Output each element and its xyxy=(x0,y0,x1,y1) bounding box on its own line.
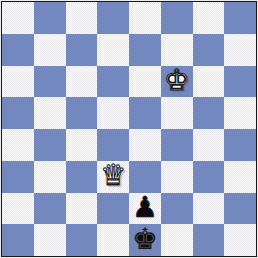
square-h7[interactable] xyxy=(224,34,256,66)
square-d4[interactable] xyxy=(97,129,129,161)
square-a6[interactable] xyxy=(2,66,34,98)
black-pawn[interactable]: ♟ xyxy=(132,193,158,222)
square-a1[interactable] xyxy=(2,224,34,256)
square-f2[interactable] xyxy=(161,193,193,225)
square-g2[interactable] xyxy=(193,193,225,225)
square-g4[interactable] xyxy=(193,129,225,161)
square-c8[interactable] xyxy=(66,2,98,34)
chess-board: ♚♛♟♚ xyxy=(2,2,256,256)
square-d5[interactable] xyxy=(97,97,129,129)
chess-board-frame: ♚♛♟♚ xyxy=(0,0,258,258)
square-g3[interactable] xyxy=(193,161,225,193)
square-c6[interactable] xyxy=(66,66,98,98)
square-d8[interactable] xyxy=(97,2,129,34)
square-h1[interactable] xyxy=(224,224,256,256)
square-f6[interactable]: ♚ xyxy=(161,66,193,98)
square-c2[interactable] xyxy=(66,193,98,225)
square-f4[interactable] xyxy=(161,129,193,161)
square-b2[interactable] xyxy=(34,193,66,225)
square-c3[interactable] xyxy=(66,161,98,193)
square-g7[interactable] xyxy=(193,34,225,66)
square-e5[interactable] xyxy=(129,97,161,129)
square-f8[interactable] xyxy=(161,2,193,34)
square-a3[interactable] xyxy=(2,161,34,193)
square-c7[interactable] xyxy=(66,34,98,66)
square-g1[interactable] xyxy=(193,224,225,256)
square-f3[interactable] xyxy=(161,161,193,193)
square-e7[interactable] xyxy=(129,34,161,66)
square-a2[interactable] xyxy=(2,193,34,225)
square-b3[interactable] xyxy=(34,161,66,193)
square-f7[interactable] xyxy=(161,34,193,66)
square-h5[interactable] xyxy=(224,97,256,129)
square-h8[interactable] xyxy=(224,2,256,34)
square-b5[interactable] xyxy=(34,97,66,129)
square-d2[interactable] xyxy=(97,193,129,225)
square-b6[interactable] xyxy=(34,66,66,98)
square-g8[interactable] xyxy=(193,2,225,34)
white-king[interactable]: ♚ xyxy=(164,66,190,95)
square-f5[interactable] xyxy=(161,97,193,129)
square-h6[interactable] xyxy=(224,66,256,98)
square-a4[interactable] xyxy=(2,129,34,161)
square-g6[interactable] xyxy=(193,66,225,98)
square-c4[interactable] xyxy=(66,129,98,161)
square-d7[interactable] xyxy=(97,34,129,66)
square-c1[interactable] xyxy=(66,224,98,256)
square-b7[interactable] xyxy=(34,34,66,66)
square-h4[interactable] xyxy=(224,129,256,161)
black-king[interactable]: ♚ xyxy=(132,225,158,254)
square-e3[interactable] xyxy=(129,161,161,193)
square-h3[interactable] xyxy=(224,161,256,193)
square-d6[interactable] xyxy=(97,66,129,98)
square-e8[interactable] xyxy=(129,2,161,34)
square-d3[interactable]: ♛ xyxy=(97,161,129,193)
square-c5[interactable] xyxy=(66,97,98,129)
square-f1[interactable] xyxy=(161,224,193,256)
square-b1[interactable] xyxy=(34,224,66,256)
square-a7[interactable] xyxy=(2,34,34,66)
square-e2[interactable]: ♟ xyxy=(129,193,161,225)
square-d1[interactable] xyxy=(97,224,129,256)
square-e6[interactable] xyxy=(129,66,161,98)
square-b4[interactable] xyxy=(34,129,66,161)
square-g5[interactable] xyxy=(193,97,225,129)
square-a8[interactable] xyxy=(2,2,34,34)
square-e1[interactable]: ♚ xyxy=(129,224,161,256)
square-a5[interactable] xyxy=(2,97,34,129)
square-e4[interactable] xyxy=(129,129,161,161)
square-b8[interactable] xyxy=(34,2,66,34)
square-h2[interactable] xyxy=(224,193,256,225)
white-queen[interactable]: ♛ xyxy=(100,161,126,190)
